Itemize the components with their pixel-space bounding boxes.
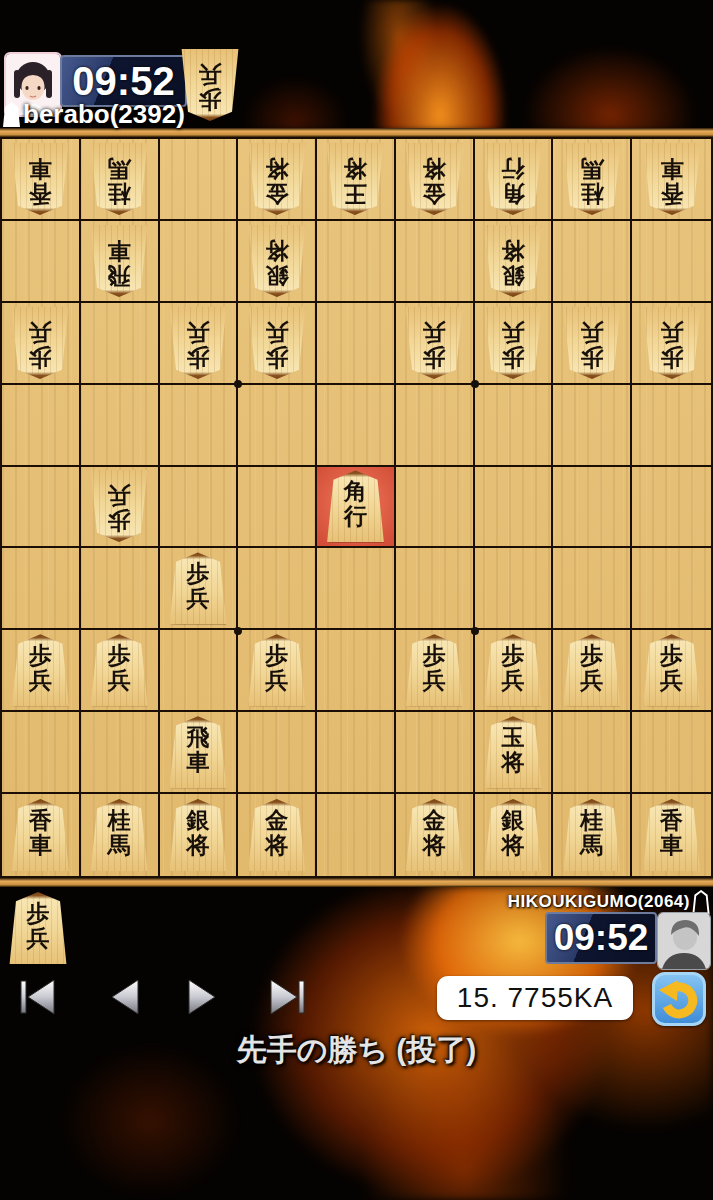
piece-kanji: 兵 [108, 668, 131, 693]
piece-kanji: 兵 [580, 320, 603, 345]
piece-fu-gote[interactable]: 歩兵 [643, 307, 701, 379]
piece-gin-sente[interactable]: 銀将 [169, 799, 227, 871]
piece-kanji: 金 [265, 181, 288, 206]
board-cell-17[interactable]: 歩兵 [632, 630, 711, 712]
board-cell-92[interactable] [2, 221, 81, 303]
board-cell-81[interactable]: 桂馬 [81, 139, 160, 221]
piece-kyo-sente[interactable]: 香車 [643, 799, 701, 871]
piece-kanji: 歩 [423, 643, 446, 668]
star-point [234, 627, 242, 635]
bottom-player-hand[interactable]: 歩兵 [9, 892, 67, 964]
board-cell-88[interactable] [81, 712, 160, 794]
piece-fu-sente[interactable]: 歩兵 [11, 634, 69, 706]
board-cell-28[interactable] [553, 712, 632, 794]
piece-kanji: 角 [502, 181, 525, 206]
piece-kanji: 兵 [186, 586, 209, 611]
piece-kanji: 兵 [29, 668, 52, 693]
board-cell-32[interactable]: 銀将 [475, 221, 554, 303]
board-cell-86[interactable] [81, 548, 160, 630]
game-result-text: 先手の勝ち (投了) [0, 1030, 713, 1071]
piece-fu-gote[interactable]: 歩兵 [484, 307, 542, 379]
board-cell-18[interactable] [632, 712, 711, 794]
piece-kanji: 兵 [660, 668, 683, 693]
piece-kanji: 兵 [423, 320, 446, 345]
piece-kanji: 馬 [108, 833, 131, 858]
skip-to-start-button[interactable] [16, 976, 62, 1018]
piece-kanji: 車 [660, 156, 683, 181]
board-cell-38[interactable]: 玉将 [475, 712, 554, 794]
piece-kanji: 車 [108, 238, 131, 263]
piece-kanji: 歩 [502, 345, 525, 370]
board-cell-67[interactable]: 歩兵 [238, 630, 317, 712]
piece-kanji: 歩 [108, 509, 131, 534]
piece-kanji: 銀 [502, 808, 525, 833]
piece-kanji: 歩 [580, 345, 603, 370]
board-cell-76[interactable]: 歩兵 [160, 548, 239, 630]
piece-kanji: 兵 [660, 320, 683, 345]
piece-fu-sente[interactable]: 歩兵 [90, 634, 148, 706]
skip-to-start-icon [16, 976, 62, 1018]
piece-kanji: 行 [344, 504, 367, 529]
piece-kanji: 桂 [580, 181, 603, 206]
piece-gin-sente[interactable]: 銀将 [484, 799, 542, 871]
board-cell-55[interactable]: 角行 [317, 467, 396, 549]
step-back-button[interactable] [102, 976, 148, 1018]
piece-hisha-gote[interactable]: 飛車 [90, 225, 148, 297]
board-cell-14[interactable] [632, 385, 711, 467]
board-cell-46[interactable] [396, 548, 475, 630]
piece-gin-gote[interactable]: 銀将 [248, 225, 306, 297]
top-player-name: berabo(2392) [23, 99, 185, 130]
board-cell-33[interactable]: 歩兵 [475, 303, 554, 385]
piece-kaku-gote[interactable]: 角行 [484, 143, 542, 215]
piece-fu-sente[interactable]: 歩兵 [484, 634, 542, 706]
bottom-clock-time: 09:52 [554, 917, 649, 959]
board-cell-42[interactable] [396, 221, 475, 303]
board-cell-77[interactable] [160, 630, 239, 712]
piece-kanji: 桂 [108, 808, 131, 833]
board-cell-51[interactable]: 王将 [317, 139, 396, 221]
piece-kaku-sente[interactable]: 角行 [326, 470, 384, 542]
app-screen: 09:52 歩兵 berabo(2392) 香車桂馬金将王将金将角行桂馬香車飛車… [0, 0, 713, 1200]
board-cell-41[interactable]: 金将 [396, 139, 475, 221]
board-cell-63[interactable]: 歩兵 [238, 303, 317, 385]
board-cell-62[interactable]: 銀将 [238, 221, 317, 303]
piece-kin-sente[interactable]: 金将 [248, 799, 306, 871]
bottom-player-avatar[interactable] [657, 912, 711, 970]
board-cell-19[interactable]: 香車 [632, 794, 711, 876]
piece-kanji: 将 [265, 833, 288, 858]
piece-kanji: 歩 [108, 643, 131, 668]
board-cell-96[interactable] [2, 548, 81, 630]
board-cell-64[interactable] [238, 385, 317, 467]
board-cell-45[interactable] [396, 467, 475, 549]
board-cell-84[interactable] [81, 385, 160, 467]
board-cell-85[interactable]: 歩兵 [81, 467, 160, 549]
step-forward-icon [179, 976, 225, 1018]
piece-kanji: 歩 [502, 643, 525, 668]
male-avatar-image [658, 913, 710, 969]
board-cell-25[interactable] [553, 467, 632, 549]
board-cell-26[interactable] [553, 548, 632, 630]
board-cell-39[interactable]: 銀将 [475, 794, 554, 876]
shogi-board: 香車桂馬金将王将金将角行桂馬香車飛車銀将銀将歩兵歩兵歩兵歩兵歩兵歩兵歩兵歩兵角行… [0, 128, 713, 887]
piece-fu-sente[interactable]: 歩兵 [405, 634, 463, 706]
star-point [234, 380, 242, 388]
piece-kanji: 馬 [580, 156, 603, 181]
undo-button[interactable] [652, 972, 706, 1026]
piece-kanji: 香 [660, 181, 683, 206]
board-cell-72[interactable] [160, 221, 239, 303]
board-cell-27[interactable]: 歩兵 [553, 630, 632, 712]
piece-kanji: 車 [186, 750, 209, 775]
board-cell-12[interactable] [632, 221, 711, 303]
board-cell-82[interactable]: 飛車 [81, 221, 160, 303]
bottom-player-clock: 09:52 [545, 912, 657, 964]
piece-kanji: 飛 [186, 725, 209, 750]
piece-kanji: 歩 [186, 561, 209, 586]
piece-kanji: 銀 [502, 263, 525, 288]
piece-kanji: 歩 [199, 87, 222, 112]
piece-kanji: 将 [502, 833, 525, 858]
piece-kanji: 兵 [29, 320, 52, 345]
board-cell-75[interactable] [160, 467, 239, 549]
current-move-label[interactable]: 15. 7755KA [437, 976, 633, 1020]
piece-kanji: 将 [502, 238, 525, 263]
piece-kanji: 金 [265, 808, 288, 833]
piece-kanji: 香 [29, 808, 52, 833]
board-cell-48[interactable] [396, 712, 475, 794]
piece-kanji: 兵 [186, 320, 209, 345]
board-cell-29[interactable]: 桂馬 [553, 794, 632, 876]
replay-controls: 15. 7755KA [0, 970, 713, 1028]
board-cell-47[interactable]: 歩兵 [396, 630, 475, 712]
piece-fu-gote[interactable]: 歩兵 [11, 307, 69, 379]
piece-kanji: 車 [660, 833, 683, 858]
piece-kanji: 桂 [580, 808, 603, 833]
piece-kanji: 将 [344, 156, 367, 181]
piece-kanji: 歩 [29, 345, 52, 370]
board-cell-52[interactable] [317, 221, 396, 303]
board-cell-56[interactable] [317, 548, 396, 630]
board-cell-97[interactable]: 歩兵 [2, 630, 81, 712]
board-cell-89[interactable]: 桂馬 [81, 794, 160, 876]
board-cell-34[interactable] [475, 385, 554, 467]
piece-kin-gote[interactable]: 金将 [248, 143, 306, 215]
piece-fu-sente[interactable]: 歩兵 [248, 634, 306, 706]
star-point [471, 627, 479, 635]
board-cell-16[interactable] [632, 548, 711, 630]
piece-kanji: 兵 [502, 668, 525, 693]
move-text: 15. 7755KA [457, 982, 613, 1014]
board-frame-bottom [0, 878, 713, 887]
board-cell-79[interactable]: 銀将 [160, 794, 239, 876]
piece-kanji: 車 [29, 156, 52, 181]
board-cell-58[interactable] [317, 712, 396, 794]
piece-kanji: 歩 [265, 643, 288, 668]
piece-kanji: 歩 [265, 345, 288, 370]
piece-kei-sente[interactable]: 桂馬 [90, 799, 148, 871]
top-player-name-row: berabo(2392) [2, 99, 185, 130]
piece-kin-gote[interactable]: 金将 [405, 143, 463, 215]
undo-arrow-icon [657, 977, 701, 1021]
piece-fu-sente[interactable]: 歩兵 [9, 892, 67, 964]
board-cell-94[interactable] [2, 385, 81, 467]
top-clock-time: 09:52 [72, 59, 174, 104]
piece-kanji: 歩 [423, 345, 446, 370]
board-cell-87[interactable]: 歩兵 [81, 630, 160, 712]
board-cell-69[interactable]: 金将 [238, 794, 317, 876]
board-cell-71[interactable] [160, 139, 239, 221]
board-cell-13[interactable]: 歩兵 [632, 303, 711, 385]
piece-kyo-sente[interactable]: 香車 [11, 799, 69, 871]
skip-to-end-icon [263, 976, 309, 1018]
piece-kanji: 将 [423, 156, 446, 181]
piece-kanji: 兵 [108, 484, 131, 509]
board-cell-35[interactable] [475, 467, 554, 549]
piece-ou-gote[interactable]: 王将 [326, 143, 384, 215]
board-cell-24[interactable] [553, 385, 632, 467]
piece-kanji: 角 [344, 479, 367, 504]
piece-kanji: 金 [423, 181, 446, 206]
piece-kin-sente[interactable]: 金将 [405, 799, 463, 871]
piece-kei-sente[interactable]: 桂馬 [563, 799, 621, 871]
piece-kanji: 金 [423, 808, 446, 833]
piece-kyo-gote[interactable]: 香車 [11, 143, 69, 215]
board-cell-36[interactable] [475, 548, 554, 630]
board-cell-65[interactable] [238, 467, 317, 549]
board-cell-73[interactable]: 歩兵 [160, 303, 239, 385]
piece-kanji: 歩 [580, 643, 603, 668]
board-cell-68[interactable] [238, 712, 317, 794]
piece-kanji: 王 [344, 181, 367, 206]
board-cell-61[interactable]: 金将 [238, 139, 317, 221]
piece-kanji: 兵 [502, 320, 525, 345]
board-cell-74[interactable] [160, 385, 239, 467]
piece-kanji: 飛 [108, 263, 131, 288]
piece-kanji: 将 [265, 238, 288, 263]
piece-kanji: 将 [502, 750, 525, 775]
piece-fu-gote[interactable]: 歩兵 [90, 470, 148, 542]
piece-fu-gote[interactable]: 歩兵 [248, 307, 306, 379]
piece-fu-sente[interactable]: 歩兵 [643, 634, 701, 706]
board-cell-49[interactable]: 金将 [396, 794, 475, 876]
piece-kanji: 兵 [265, 320, 288, 345]
board-cell-99[interactable]: 香車 [2, 794, 81, 876]
piece-kanji: 兵 [27, 926, 50, 951]
piece-kanji: 将 [265, 156, 288, 181]
board-cell-31[interactable]: 角行 [475, 139, 554, 221]
piece-kanji: 兵 [265, 668, 288, 693]
piece-kanji: 兵 [580, 668, 603, 693]
piece-fu-gote[interactable]: 歩兵 [169, 307, 227, 379]
piece-kanji: 歩 [660, 345, 683, 370]
piece-kanji: 兵 [423, 668, 446, 693]
piece-kyo-gote[interactable]: 香車 [643, 143, 701, 215]
board-cell-78[interactable]: 飛車 [160, 712, 239, 794]
board-cell-83[interactable] [81, 303, 160, 385]
piece-kanji: 将 [186, 833, 209, 858]
board-cell-43[interactable]: 歩兵 [396, 303, 475, 385]
board-cell-93[interactable]: 歩兵 [2, 303, 81, 385]
piece-kanji: 歩 [660, 643, 683, 668]
bottom-player-name: HIKOUKIGUMO(2064) [508, 892, 690, 912]
piece-kanji: 歩 [29, 643, 52, 668]
piece-kanji: 香 [29, 181, 52, 206]
step-back-icon [102, 976, 148, 1018]
piece-kanji: 桂 [108, 181, 131, 206]
board-cell-66[interactable] [238, 548, 317, 630]
board-cell-98[interactable] [2, 712, 81, 794]
piece-kanji: 車 [29, 833, 52, 858]
piece-kanji: 将 [423, 833, 446, 858]
board-cell-54[interactable] [317, 385, 396, 467]
piece-fu-gote[interactable]: 歩兵 [563, 307, 621, 379]
star-point [471, 380, 479, 388]
piece-fu-sente[interactable]: 歩兵 [169, 552, 227, 624]
step-forward-button[interactable] [179, 976, 225, 1018]
board-cell-22[interactable] [553, 221, 632, 303]
top-player-hand[interactable]: 歩兵 [181, 49, 239, 121]
piece-kanji: 銀 [265, 263, 288, 288]
board-cell-44[interactable] [396, 385, 475, 467]
piece-fu-gote[interactable]: 歩兵 [181, 49, 239, 121]
board-cell-59[interactable] [317, 794, 396, 876]
board-cell-91[interactable]: 香車 [2, 139, 81, 221]
piece-kanji: 香 [660, 808, 683, 833]
piece-kanji: 馬 [108, 156, 131, 181]
board-cell-15[interactable] [632, 467, 711, 549]
piece-fu-gote[interactable]: 歩兵 [405, 307, 463, 379]
piece-kanji: 行 [502, 156, 525, 181]
skip-to-end-button[interactable] [263, 976, 309, 1018]
board-cell-57[interactable] [317, 630, 396, 712]
piece-kanji: 歩 [186, 345, 209, 370]
piece-kanji: 馬 [580, 833, 603, 858]
board-cell-11[interactable]: 香車 [632, 139, 711, 221]
board-cell-53[interactable] [317, 303, 396, 385]
piece-kei-gote[interactable]: 桂馬 [90, 143, 148, 215]
piece-kanji: 兵 [199, 62, 222, 87]
piece-kanji: 銀 [186, 808, 209, 833]
sente-piece-icon [2, 101, 21, 128]
board-cell-37[interactable]: 歩兵 [475, 630, 554, 712]
board-cell-95[interactable] [2, 467, 81, 549]
board-grid: 香車桂馬金将王将金将角行桂馬香車飛車銀将銀将歩兵歩兵歩兵歩兵歩兵歩兵歩兵歩兵角行… [0, 137, 713, 878]
piece-kanji: 玉 [502, 725, 525, 750]
piece-gyoku-sente[interactable]: 玉将 [484, 716, 542, 788]
piece-kei-gote[interactable]: 桂馬 [563, 143, 621, 215]
piece-fu-sente[interactable]: 歩兵 [563, 634, 621, 706]
piece-gin-gote[interactable]: 銀将 [484, 225, 542, 297]
board-cell-23[interactable]: 歩兵 [553, 303, 632, 385]
board-cell-21[interactable]: 桂馬 [553, 139, 632, 221]
piece-hisha-sente[interactable]: 飛車 [169, 716, 227, 788]
piece-kanji: 歩 [27, 901, 50, 926]
